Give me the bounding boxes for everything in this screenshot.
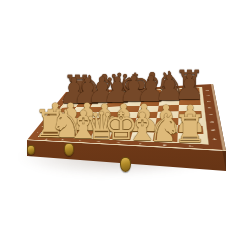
board-right-edge-seam xyxy=(211,84,226,151)
rank-label-right-2: 2 xyxy=(211,129,216,131)
rank-label-right-6: 6 xyxy=(207,101,211,103)
brass-latch xyxy=(27,145,35,155)
rank-label-right-4: 4 xyxy=(209,114,213,116)
rank-label-right-5: 5 xyxy=(208,107,212,109)
rank-label-right-1: 1 xyxy=(212,138,217,140)
piece-white-rook-h1: ♜ xyxy=(173,110,207,148)
rank-label-right-7: 7 xyxy=(206,95,210,97)
rank-label-right-3: 3 xyxy=(210,121,214,123)
rank-label-right-8: 8 xyxy=(205,90,209,91)
brass-latch xyxy=(120,157,131,172)
chess-set-product-photo: a88b77c66d55e44f33g22h11 ♜♞♝♛♚♝♞♜♟♟♟♟♟♟♟… xyxy=(0,0,238,238)
